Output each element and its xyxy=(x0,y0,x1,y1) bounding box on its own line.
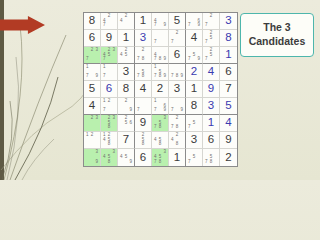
pencil-marks: 23 xyxy=(85,116,99,130)
given-digit: 6 xyxy=(208,134,214,146)
cell-r6c9[interactable]: 5 xyxy=(220,98,237,115)
cell-r3c3[interactable]: 245 xyxy=(118,47,135,64)
pencil-marks: 12458 xyxy=(102,133,116,147)
given-digit: 9 xyxy=(140,117,146,129)
title-line-2: Candidates xyxy=(249,35,306,49)
cell-r2c9[interactable]: 8 xyxy=(220,30,237,47)
cell-r1c9[interactable]: 3 xyxy=(220,13,237,30)
pencil-marks: 4789 xyxy=(153,48,167,62)
title-line-1: The 3 xyxy=(263,21,290,35)
cell-r2c2[interactable]: 9 xyxy=(101,30,118,47)
cell-r4c3[interactable]: 3 xyxy=(118,64,135,81)
cell-r3c8[interactable]: 257 xyxy=(203,47,220,64)
pencil-marks: 256 xyxy=(119,116,133,130)
cell-r2c3[interactable]: 1 xyxy=(118,30,135,47)
cell-r1c5[interactable]: 479 xyxy=(152,13,169,30)
given-digit: 7 xyxy=(225,83,231,95)
solved-digit: 6 xyxy=(106,83,112,95)
given-digit: 1 xyxy=(140,15,146,27)
given-digit: 2 xyxy=(157,83,163,95)
cell-r3c6[interactable]: 6 xyxy=(169,47,186,64)
cell-r8c3[interactable]: 7 xyxy=(118,132,135,149)
pencil-marks: 17 xyxy=(102,65,116,79)
cell-r6c6[interactable]: 79 xyxy=(169,98,186,115)
given-digit: 1 xyxy=(174,152,180,164)
cell-r7c8[interactable]: 1 xyxy=(203,115,220,132)
given-digit: 9 xyxy=(106,32,112,44)
pencil-marks: 57 xyxy=(187,150,201,165)
pencil-marks: 247 xyxy=(102,14,116,28)
cell-r3c9[interactable]: 1 xyxy=(220,47,237,64)
pencil-marks: 578 xyxy=(204,150,218,165)
cell-r5c2[interactable]: 6 xyxy=(101,81,118,98)
cell-r1c1[interactable]: 8 xyxy=(84,13,101,30)
pencil-marks: 3458 xyxy=(102,150,116,165)
pencil-marks: 3578 xyxy=(153,116,167,130)
cell-r8c9[interactable]: 9 xyxy=(220,132,237,149)
cell-r2c4[interactable]: 3 xyxy=(135,30,152,47)
pencil-marks: 237 xyxy=(85,48,99,62)
pencil-marks: 248 xyxy=(170,133,184,147)
cell-r5c7[interactable]: 1 xyxy=(186,81,203,98)
cell-r1c8[interactable]: 27 xyxy=(203,13,220,30)
given-digit: 4 xyxy=(191,32,197,44)
pencil-marks: 278 xyxy=(170,116,184,130)
cell-r6c3[interactable]: 29 xyxy=(118,98,135,115)
pencil-marks: 459 xyxy=(119,150,133,165)
given-digit: 9 xyxy=(225,134,231,146)
given-digit: 2 xyxy=(225,152,231,164)
pencil-marks: 579 xyxy=(187,48,201,62)
pencil-marks: 27 xyxy=(204,14,218,28)
cell-r2c5[interactable]: 7 xyxy=(152,30,169,47)
given-digit: 8 xyxy=(191,100,197,112)
cell-r5c5[interactable]: 2 xyxy=(152,81,169,98)
solved-digit: 1 xyxy=(208,117,214,129)
given-digit: 3 xyxy=(191,134,197,146)
cell-r1c3[interactable]: 24 xyxy=(118,13,135,30)
cell-r9c5[interactable]: 34578 xyxy=(152,149,169,166)
cell-r5c8[interactable]: 9 xyxy=(203,81,220,98)
cell-r9c7[interactable]: 57 xyxy=(186,149,203,166)
solved-digit: 2 xyxy=(191,66,197,78)
given-digit: 5 xyxy=(174,15,180,27)
cell-r9c8[interactable]: 578 xyxy=(203,149,220,166)
cell-r2c8[interactable]: 257 xyxy=(203,30,220,47)
pencil-marks: 23457 xyxy=(102,48,116,62)
cell-r8c6[interactable]: 248 xyxy=(169,132,186,149)
pencil-marks: 127 xyxy=(102,99,116,113)
pencil-marks: 179 xyxy=(85,65,99,79)
cell-r9c9[interactable]: 2 xyxy=(220,149,237,166)
cell-r4c5[interactable]: 15789 xyxy=(152,64,169,81)
pencil-marks: 245 xyxy=(119,48,133,62)
cell-r6c5[interactable]: 1679 xyxy=(152,98,169,115)
pencil-marks: 29 xyxy=(119,99,133,113)
cell-r2c7[interactable]: 4 xyxy=(186,30,203,47)
pencil-marks: 7 xyxy=(153,31,167,45)
cell-r3c1[interactable]: 237 xyxy=(84,47,101,64)
cell-r5c1[interactable]: 5 xyxy=(84,81,101,98)
cell-r5c6[interactable]: 3 xyxy=(169,81,186,98)
cell-r8c1[interactable]: 12 xyxy=(84,132,101,149)
cell-r2c1[interactable]: 6 xyxy=(84,30,101,47)
cell-r9c6[interactable]: 1 xyxy=(169,149,186,166)
given-digit: 3 xyxy=(174,83,180,95)
pencil-marks: 15789 xyxy=(153,65,167,79)
cell-r5c4[interactable]: 4 xyxy=(135,81,152,98)
cell-r9c2[interactable]: 3458 xyxy=(101,149,118,166)
pencil-marks: 679 xyxy=(187,14,201,28)
cell-r4c9[interactable]: 6 xyxy=(220,64,237,81)
cell-r7c5[interactable]: 3578 xyxy=(152,115,169,132)
cell-r9c3[interactable]: 459 xyxy=(118,149,135,166)
cell-r4c4[interactable]: 578 xyxy=(135,64,152,81)
cell-r3c2[interactable]: 23457 xyxy=(101,47,118,64)
pencil-marks: 479 xyxy=(153,14,167,28)
cell-r8c7[interactable]: 3 xyxy=(186,132,203,149)
cell-r4c8[interactable]: 4 xyxy=(203,64,220,81)
cell-r7c6[interactable]: 278 xyxy=(169,115,186,132)
cell-r1c6[interactable]: 5 xyxy=(169,13,186,30)
accent-arrow-shape xyxy=(0,16,45,34)
cell-r4c1[interactable]: 179 xyxy=(84,64,101,81)
cell-r3c7[interactable]: 579 xyxy=(186,47,203,64)
solved-digit: 8 xyxy=(225,32,231,44)
cell-r6c2[interactable]: 127 xyxy=(101,98,118,115)
cell-r1c7[interactable]: 679 xyxy=(186,13,203,30)
cell-r4c6[interactable]: 789 xyxy=(169,64,186,81)
cell-r6c4[interactable]: 7 xyxy=(135,98,152,115)
cell-r1c2[interactable]: 247 xyxy=(101,13,118,30)
cell-r4c2[interactable]: 17 xyxy=(101,64,118,81)
solved-digit: 9 xyxy=(208,83,214,95)
solved-digit: 3 xyxy=(140,32,146,44)
pencil-marks: 257 xyxy=(204,48,218,62)
solved-digit: 5 xyxy=(225,100,231,112)
given-digit: 1 xyxy=(191,83,197,95)
cell-r3c5[interactable]: 4789 xyxy=(152,47,169,64)
cell-r8c2[interactable]: 12458 xyxy=(101,132,118,149)
given-digit: 5 xyxy=(89,83,95,95)
solved-digit: 4 xyxy=(225,117,231,129)
cell-r7c7[interactable]: 57 xyxy=(186,115,203,132)
pencil-marks: 258 xyxy=(136,133,150,147)
given-digit: 6 xyxy=(225,66,231,78)
pencil-marks: 458 xyxy=(153,133,167,147)
pencil-marks: 789 xyxy=(170,65,184,79)
pencil-marks: 278 xyxy=(136,48,150,62)
cell-r6c7[interactable]: 8 xyxy=(186,98,203,115)
solved-digit: 4 xyxy=(208,66,214,78)
cell-r7c2[interactable]: 2358 xyxy=(101,115,118,132)
cell-r8c5[interactable]: 458 xyxy=(152,132,169,149)
given-digit: 8 xyxy=(89,15,95,27)
title-box: The 3 Candidates xyxy=(240,13,314,57)
pencil-marks: 2358 xyxy=(102,116,116,130)
pencil-marks: 7 xyxy=(136,99,150,113)
cell-r8c8[interactable]: 6 xyxy=(203,132,220,149)
cell-r7c1[interactable]: 23 xyxy=(84,115,101,132)
cell-r5c3[interactable]: 8 xyxy=(118,81,135,98)
slide-background: { "game": "sudoku", "position": "8..1.5.… xyxy=(0,0,320,180)
cell-r5c9[interactable]: 7 xyxy=(220,81,237,98)
cell-r2c6[interactable]: 27 xyxy=(169,30,186,47)
pencil-marks: 578 xyxy=(136,65,150,79)
given-digit: 6 xyxy=(140,152,146,164)
cell-r6c8[interactable]: 3 xyxy=(203,98,220,115)
given-digit: 8 xyxy=(123,83,129,95)
pencil-marks: 1679 xyxy=(153,99,167,113)
cell-r3c4[interactable]: 278 xyxy=(135,47,152,64)
given-digit: 4 xyxy=(140,83,146,95)
cell-r9c1[interactable]: 39 xyxy=(84,149,101,166)
cell-r1c4[interactable]: 1 xyxy=(135,13,152,30)
given-digit: 6 xyxy=(174,49,180,61)
pencil-marks: 34578 xyxy=(153,150,167,165)
sudoku-board: 8247241479567927369137274257823723457245… xyxy=(83,12,238,167)
solved-digit: 1 xyxy=(225,49,231,61)
given-digit: 4 xyxy=(89,100,95,112)
cell-r6c1[interactable]: 4 xyxy=(84,98,101,115)
solved-digit: 3 xyxy=(225,15,231,27)
solved-digit: 3 xyxy=(208,100,214,112)
given-digit: 3 xyxy=(123,66,129,78)
pencil-marks: 24 xyxy=(119,14,133,28)
pencil-marks: 257 xyxy=(204,31,218,45)
pencil-marks: 27 xyxy=(170,31,184,45)
cell-r8c4[interactable]: 258 xyxy=(135,132,152,149)
given-digit: 7 xyxy=(123,134,129,146)
pencil-marks: 39 xyxy=(85,150,99,165)
given-digit: 1 xyxy=(123,32,129,44)
pencil-marks: 79 xyxy=(170,99,184,113)
given-digit: 6 xyxy=(89,32,95,44)
cell-r9c4[interactable]: 6 xyxy=(135,149,152,166)
pencil-marks: 12 xyxy=(85,133,99,147)
cell-r4c7[interactable]: 2 xyxy=(186,64,203,81)
cell-r7c3[interactable]: 256 xyxy=(118,115,135,132)
cell-r7c9[interactable]: 4 xyxy=(220,115,237,132)
cell-r7c4[interactable]: 9 xyxy=(135,115,152,132)
pencil-marks: 57 xyxy=(187,116,201,130)
